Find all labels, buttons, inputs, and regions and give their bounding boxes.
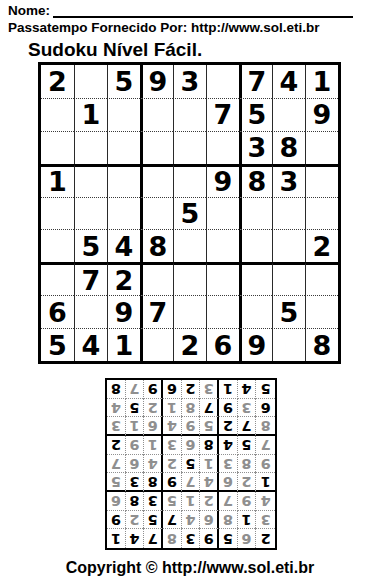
solution-cell: 3: [126, 473, 145, 492]
puzzle-cell[interactable]: 5: [74, 229, 107, 262]
puzzle-cell[interactable]: 1: [41, 164, 74, 197]
solution-cell: 8: [163, 529, 182, 548]
solution-cell: 6: [238, 529, 257, 548]
puzzle-cell[interactable]: [41, 229, 74, 262]
puzzle-cell[interactable]: [41, 197, 74, 230]
solution-cell: 3: [107, 417, 126, 436]
puzzle-cell[interactable]: [140, 98, 173, 131]
solution-cell: 1: [126, 417, 145, 436]
solution-cell: 1: [200, 455, 219, 474]
puzzle-cell[interactable]: [41, 131, 74, 164]
puzzle-cell[interactable]: [272, 262, 305, 295]
solution-cell: 7: [163, 511, 182, 530]
puzzle-cell[interactable]: 4: [107, 229, 140, 262]
puzzle-cell[interactable]: 8: [305, 328, 338, 361]
puzzle-cell[interactable]: 8: [239, 164, 272, 197]
puzzle-cell[interactable]: [272, 328, 305, 361]
solution-cell: 7: [238, 417, 257, 436]
puzzle-cell[interactable]: 7: [206, 98, 239, 131]
puzzle-cell[interactable]: 9: [206, 164, 239, 197]
puzzle-cell[interactable]: [173, 229, 206, 262]
puzzle-cell[interactable]: 5: [272, 295, 305, 328]
puzzle-cell[interactable]: [74, 197, 107, 230]
solution-cell: 1: [256, 473, 275, 492]
solution-cell: 3: [200, 380, 219, 399]
solution-cell: 3: [238, 399, 257, 418]
solution-cell: 8: [144, 473, 163, 492]
solution-cell: 2: [200, 492, 219, 511]
name-blank-line[interactable]: [53, 4, 353, 18]
puzzle-cell[interactable]: 7: [140, 295, 173, 328]
puzzle-cell[interactable]: 5: [173, 197, 206, 230]
solution-cell: 8: [182, 399, 201, 418]
puzzle-cell[interactable]: [74, 164, 107, 197]
solution-cell: 4: [107, 399, 126, 418]
solution-cell: 6: [126, 455, 145, 474]
solution-cell: 1: [219, 380, 238, 399]
solution-cell: 7: [256, 436, 275, 455]
puzzle-cell[interactable]: [74, 65, 107, 98]
solution-cell: 1: [163, 399, 182, 418]
puzzle-cell[interactable]: [305, 262, 338, 295]
puzzle-cell[interactable]: 9: [305, 98, 338, 131]
puzzle-cell[interactable]: 1: [107, 328, 140, 361]
copyright-text: Copyright © http://www.sol.eti.br: [0, 559, 380, 577]
solution-cell: 3: [219, 455, 238, 474]
solution-cell: 6: [107, 492, 126, 511]
solution-cell: 2: [144, 399, 163, 418]
puzzle-cell[interactable]: [173, 98, 206, 131]
solution-cell: 7: [200, 399, 219, 418]
solution-cell: 9: [200, 529, 219, 548]
puzzle-cell[interactable]: [272, 229, 305, 262]
solution-cell: 9: [126, 436, 145, 455]
solution-cell: 6: [182, 436, 201, 455]
puzzle-cell[interactable]: [206, 295, 239, 328]
puzzle-cell[interactable]: 8: [140, 229, 173, 262]
solution-cell: 5: [256, 380, 275, 399]
puzzle-cell[interactable]: [140, 131, 173, 164]
solution-cell: 6: [163, 380, 182, 399]
puzzle-page: { "game": "sudoku", "header": { "name_la…: [0, 0, 380, 585]
puzzle-cell[interactable]: 8: [272, 131, 305, 164]
puzzle-cell[interactable]: 4: [74, 328, 107, 361]
puzzle-cell[interactable]: [173, 295, 206, 328]
puzzle-cell[interactable]: [206, 197, 239, 230]
puzzle-cell[interactable]: [107, 131, 140, 164]
solution-cell: 5: [144, 511, 163, 530]
solution-cell: 2: [163, 455, 182, 474]
puzzle-cell[interactable]: 1: [74, 98, 107, 131]
puzzle-cell[interactable]: [41, 262, 74, 295]
puzzle-cell[interactable]: [206, 262, 239, 295]
puzzle-cell[interactable]: 1: [305, 65, 338, 98]
puzzle-cell[interactable]: 5: [107, 65, 140, 98]
solution-cell: 8: [256, 417, 275, 436]
solution-cell: 8: [219, 511, 238, 530]
solution-cell: 2: [219, 417, 238, 436]
solution-cell: 1: [182, 492, 201, 511]
page-title: Sudoku Nível Fácil.: [28, 39, 202, 61]
puzzle-cell[interactable]: [305, 197, 338, 230]
puzzle-cell[interactable]: 9: [239, 328, 272, 361]
solution-cell: 6: [256, 399, 275, 418]
puzzle-cell[interactable]: [173, 131, 206, 164]
solution-cell: 5: [126, 399, 145, 418]
solution-cell: 7: [126, 380, 145, 399]
puzzle-cell[interactable]: [173, 262, 206, 295]
solution-cell: 1: [144, 436, 163, 455]
puzzle-cell[interactable]: 6: [41, 295, 74, 328]
solution-cell: 7: [219, 492, 238, 511]
puzzle-cell[interactable]: 4: [272, 65, 305, 98]
puzzle-cell[interactable]: [140, 328, 173, 361]
puzzle-cell[interactable]: [305, 295, 338, 328]
puzzle-cell[interactable]: 9: [107, 295, 140, 328]
puzzle-cell[interactable]: 6: [206, 328, 239, 361]
solution-cell: 9: [107, 511, 126, 530]
solution-cell: 1: [107, 529, 126, 548]
puzzle-cell[interactable]: [239, 229, 272, 262]
solution-cell: 6: [200, 511, 219, 530]
solution-cell: 8: [200, 436, 219, 455]
puzzle-cell[interactable]: 3: [173, 65, 206, 98]
solution-cell: 4: [126, 529, 145, 548]
puzzle-cell[interactable]: [206, 131, 239, 164]
puzzle-cell[interactable]: [173, 164, 206, 197]
solution-cell: 5: [163, 492, 182, 511]
solution-cell: 5: [219, 529, 238, 548]
solution-cell: 7: [107, 455, 126, 474]
solution-cell: 5: [238, 436, 257, 455]
sudoku-solution-grid: 2659387413186475294972153861264798359831…: [105, 378, 277, 550]
puzzle-cell[interactable]: [272, 98, 305, 131]
puzzle-cell[interactable]: [140, 164, 173, 197]
puzzle-cell[interactable]: [140, 262, 173, 295]
name-label: Nome:: [8, 3, 50, 18]
puzzle-cell[interactable]: [206, 65, 239, 98]
solution-cell: 4: [256, 492, 275, 511]
puzzle-cell[interactable]: [41, 98, 74, 131]
solution-cell: 1: [238, 511, 257, 530]
solution-cell: 5: [182, 455, 201, 474]
solution-cell: 4: [182, 511, 201, 530]
puzzle-cell[interactable]: 2: [107, 262, 140, 295]
solution-cell: 2: [256, 529, 275, 548]
puzzle-cell[interactable]: 3: [272, 164, 305, 197]
solution-cell: 5: [200, 417, 219, 436]
puzzle-cell[interactable]: [140, 197, 173, 230]
name-field-row: Nome:: [8, 3, 353, 18]
puzzle-cell[interactable]: [239, 295, 272, 328]
solution-cell: 9: [163, 473, 182, 492]
solution-cell: 4: [163, 417, 182, 436]
puzzle-cell[interactable]: 9: [140, 65, 173, 98]
solution-cell: 2: [107, 436, 126, 455]
solution-cell: 6: [219, 473, 238, 492]
puzzle-cell[interactable]: [239, 197, 272, 230]
solution-cell: 3: [256, 511, 275, 530]
solution-cell: 3: [144, 492, 163, 511]
solution-cell: 9: [144, 380, 163, 399]
solution-cell: 7: [182, 473, 201, 492]
solution-cell: 4: [219, 436, 238, 455]
solution-cell: 7: [144, 529, 163, 548]
puzzle-cell[interactable]: [74, 131, 107, 164]
solution-cell: 9: [256, 455, 275, 474]
solution-cell: 9: [238, 492, 257, 511]
solution-cell: 4: [200, 473, 219, 492]
solution-cell: 2: [238, 473, 257, 492]
solution-cell: 8: [107, 380, 126, 399]
solution-cell: 8: [238, 455, 257, 474]
solution-cell: 4: [144, 455, 163, 474]
solution-cell: 9: [219, 399, 238, 418]
solution-cell: 4: [238, 380, 257, 399]
puzzle-cell[interactable]: [305, 164, 338, 197]
puzzle-cell[interactable]: 5: [41, 328, 74, 361]
solution-cell: 6: [144, 417, 163, 436]
puzzle-cell[interactable]: [206, 229, 239, 262]
solution-cell: 2: [182, 380, 201, 399]
puzzle-cell[interactable]: 3: [239, 131, 272, 164]
provider-text: Passatempo Fornecido Por: http://www.sol…: [8, 20, 368, 35]
puzzle-cell[interactable]: [272, 197, 305, 230]
puzzle-cell[interactable]: 2: [41, 65, 74, 98]
solution-cell: 9: [182, 417, 201, 436]
puzzle-cell[interactable]: [305, 131, 338, 164]
puzzle-cell[interactable]: 2: [305, 229, 338, 262]
solution-cell: 3: [163, 436, 182, 455]
sudoku-puzzle-grid: 25937411759381983554827269755412698: [38, 62, 341, 364]
puzzle-cell[interactable]: 7: [74, 262, 107, 295]
puzzle-cell[interactable]: 5: [239, 98, 272, 131]
puzzle-cell[interactable]: [107, 98, 140, 131]
puzzle-cell[interactable]: [239, 262, 272, 295]
solution-cell: 5: [107, 473, 126, 492]
puzzle-cell[interactable]: [74, 295, 107, 328]
puzzle-cell[interactable]: 7: [239, 65, 272, 98]
puzzle-cell[interactable]: [107, 164, 140, 197]
solution-cell: 8: [126, 492, 145, 511]
solution-cell: 2: [126, 511, 145, 530]
puzzle-cell[interactable]: 2: [173, 328, 206, 361]
puzzle-cell[interactable]: [107, 197, 140, 230]
solution-cell: 3: [182, 529, 201, 548]
